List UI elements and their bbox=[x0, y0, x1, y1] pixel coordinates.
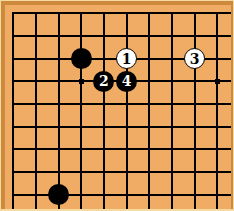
go-board[interactable]: 1324 bbox=[5, 5, 231, 209]
black-stone[interactable] bbox=[71, 48, 92, 69]
grid-line-vertical bbox=[58, 12, 60, 209]
grid-line-vertical bbox=[35, 12, 37, 209]
white-stone-3[interactable]: 3 bbox=[184, 48, 205, 69]
grid-line-vertical bbox=[194, 12, 196, 209]
grid-line-vertical bbox=[103, 12, 105, 209]
go-board-diagram: 1324 bbox=[0, 0, 234, 211]
grid-line-vertical bbox=[216, 12, 218, 209]
grid-line-horizontal bbox=[12, 103, 231, 105]
grid-line-horizontal bbox=[12, 126, 231, 128]
grid-line-horizontal bbox=[12, 194, 231, 196]
black-stone[interactable] bbox=[48, 184, 69, 205]
black-stone-4[interactable]: 4 bbox=[116, 71, 137, 92]
grid-line-horizontal bbox=[12, 12, 231, 14]
grid-line-vertical bbox=[126, 12, 128, 209]
grid-line-horizontal bbox=[12, 148, 231, 150]
grid-line-horizontal bbox=[12, 171, 231, 173]
grid-line-vertical bbox=[148, 12, 150, 209]
grid-line-vertical bbox=[171, 12, 173, 209]
white-stone-1[interactable]: 1 bbox=[116, 48, 137, 69]
star-point bbox=[215, 79, 220, 84]
grid-line-vertical bbox=[12, 12, 14, 209]
star-point bbox=[79, 79, 84, 84]
grid-line-vertical bbox=[80, 12, 82, 209]
grid-line-horizontal bbox=[12, 35, 231, 37]
black-stone-2[interactable]: 2 bbox=[93, 71, 114, 92]
